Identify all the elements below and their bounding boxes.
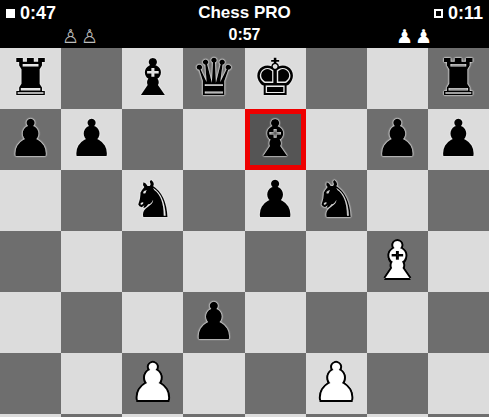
piece-black-knight: ♞ (313, 174, 359, 225)
square-a5[interactable] (0, 231, 61, 292)
piece-white-pawn: ♟ (130, 357, 176, 408)
square-e7[interactable]: ♝ (245, 109, 306, 170)
top-bar: 0:47 Chess PRO 0:11 (0, 0, 489, 26)
square-h6[interactable] (428, 170, 489, 231)
square-c5[interactable] (122, 231, 183, 292)
square-h3[interactable] (428, 353, 489, 414)
piece-black-rook: ♜ (436, 52, 482, 103)
square-d4[interactable]: ♟ (183, 292, 244, 353)
player-left-clock: 0:47 (6, 3, 56, 24)
square-d7[interactable] (183, 109, 244, 170)
piece-black-rook: ♜ (8, 52, 54, 103)
sub-bar: ♙♙ 0:57 ♟♟ (0, 26, 489, 48)
square-b4[interactable] (61, 292, 122, 353)
square-g6[interactable] (367, 170, 428, 231)
square-d3[interactable] (183, 353, 244, 414)
piece-white-bishop: ♝ (374, 235, 420, 286)
filled-square-icon (6, 9, 15, 18)
player-left-time: 0:47 (20, 3, 56, 24)
square-e6[interactable]: ♟ (245, 170, 306, 231)
app-title: Chess PRO (198, 3, 291, 23)
piece-black-pawn: ♟ (374, 113, 420, 164)
square-d5[interactable] (183, 231, 244, 292)
square-g4[interactable] (367, 292, 428, 353)
square-e4[interactable] (245, 292, 306, 353)
square-g3[interactable] (367, 353, 428, 414)
square-c4[interactable] (122, 292, 183, 353)
square-d6[interactable] (183, 170, 244, 231)
square-f4[interactable] (306, 292, 367, 353)
square-c8[interactable]: ♝ (122, 48, 183, 109)
square-c7[interactable] (122, 109, 183, 170)
chess-board: ♜♝♛♚♜♟♟♝♟♟♞♟♞♝♟♟♟ (0, 48, 489, 417)
piece-black-bishop: ♝ (252, 113, 298, 164)
captured-pawn-icon: ♟ (415, 25, 432, 47)
piece-black-pawn: ♟ (69, 113, 115, 164)
square-h4[interactable] (428, 292, 489, 353)
player-right-time: 0:11 (448, 3, 483, 24)
outline-square-icon (434, 9, 443, 18)
square-f6[interactable]: ♞ (306, 170, 367, 231)
square-b3[interactable] (61, 353, 122, 414)
square-c3[interactable]: ♟ (122, 353, 183, 414)
piece-black-pawn: ♟ (8, 113, 54, 164)
square-b5[interactable] (61, 231, 122, 292)
square-f7[interactable] (306, 109, 367, 170)
square-f8[interactable] (306, 48, 367, 109)
piece-black-queen: ♛ (191, 52, 237, 103)
square-b8[interactable] (61, 48, 122, 109)
piece-black-pawn: ♟ (191, 296, 237, 347)
player-right-clock: 0:11 (434, 3, 483, 24)
square-a8[interactable]: ♜ (0, 48, 61, 109)
square-e3[interactable] (245, 353, 306, 414)
square-a7[interactable]: ♟ (0, 109, 61, 170)
captured-pawn-icon: ♙ (62, 25, 79, 47)
square-h7[interactable]: ♟ (428, 109, 489, 170)
square-b7[interactable]: ♟ (61, 109, 122, 170)
square-f3[interactable]: ♟ (306, 353, 367, 414)
piece-black-bishop: ♝ (130, 52, 176, 103)
square-f5[interactable] (306, 231, 367, 292)
piece-black-knight: ♞ (130, 174, 176, 225)
piece-white-pawn: ♟ (313, 357, 359, 408)
square-b6[interactable] (61, 170, 122, 231)
square-e8[interactable]: ♚ (245, 48, 306, 109)
captured-pawn-icon: ♟ (396, 25, 413, 47)
square-a3[interactable] (0, 353, 61, 414)
square-g5[interactable]: ♝ (367, 231, 428, 292)
square-a4[interactable] (0, 292, 61, 353)
square-e5[interactable] (245, 231, 306, 292)
chess-app-window: 0:47 Chess PRO 0:11 ♙♙ 0:57 ♟♟ ♜♝♛♚♜♟♟♝♟… (0, 0, 489, 417)
piece-black-king: ♚ (252, 52, 298, 103)
square-g7[interactable]: ♟ (367, 109, 428, 170)
square-h5[interactable] (428, 231, 489, 292)
square-g8[interactable] (367, 48, 428, 109)
captured-pieces-left: ♙♙ (62, 25, 98, 47)
square-h8[interactable]: ♜ (428, 48, 489, 109)
square-d8[interactable]: ♛ (183, 48, 244, 109)
captured-pieces-right: ♟♟ (396, 25, 432, 47)
piece-black-pawn: ♟ (252, 174, 298, 225)
captured-pawn-icon: ♙ (81, 25, 98, 47)
move-timer: 0:57 (228, 26, 260, 44)
square-c6[interactable]: ♞ (122, 170, 183, 231)
square-a6[interactable] (0, 170, 61, 231)
piece-black-pawn: ♟ (436, 113, 482, 164)
